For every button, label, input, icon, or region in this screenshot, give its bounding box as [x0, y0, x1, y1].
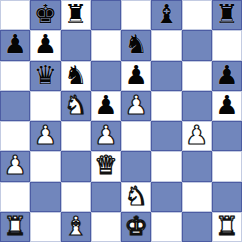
square-e2[interactable]: ♞: [121, 182, 151, 212]
piece-black-pawn[interactable]: ♟: [94, 90, 117, 120]
piece-white-pawn[interactable]: ♟: [34, 120, 57, 150]
square-h4[interactable]: [212, 121, 242, 151]
square-h8[interactable]: ♜: [212, 0, 242, 30]
square-b1[interactable]: [30, 212, 60, 242]
square-h7[interactable]: [212, 30, 242, 60]
piece-white-pawn[interactable]: ♟: [124, 90, 147, 120]
square-b3[interactable]: [30, 151, 60, 181]
square-d2[interactable]: [91, 182, 121, 212]
square-c8[interactable]: ♜: [61, 0, 91, 30]
square-c2[interactable]: [61, 182, 91, 212]
square-c7[interactable]: [61, 30, 91, 60]
square-c6[interactable]: ♞: [61, 61, 91, 91]
piece-black-queen[interactable]: ♛: [34, 60, 57, 90]
square-h2[interactable]: [212, 182, 242, 212]
square-h3[interactable]: [212, 151, 242, 181]
square-h1[interactable]: ♜: [212, 212, 242, 242]
square-a1[interactable]: ♜: [0, 212, 30, 242]
square-c4[interactable]: [61, 121, 91, 151]
piece-black-rook[interactable]: ♜: [215, 0, 238, 29]
square-e6[interactable]: ♟: [121, 61, 151, 91]
piece-black-pawn[interactable]: ♟: [34, 29, 57, 59]
square-d4[interactable]: ♟: [91, 121, 121, 151]
piece-white-knight[interactable]: ♞: [64, 90, 87, 120]
square-b6[interactable]: ♛: [30, 61, 60, 91]
piece-black-knight[interactable]: ♞: [64, 60, 87, 90]
piece-white-pawn[interactable]: ♟: [94, 120, 117, 150]
square-e5[interactable]: ♟: [121, 91, 151, 121]
piece-black-bishop[interactable]: ♝: [155, 0, 178, 29]
square-c3[interactable]: [61, 151, 91, 181]
piece-black-pawn[interactable]: ♟: [215, 60, 238, 90]
square-a4[interactable]: [0, 121, 30, 151]
piece-white-rook[interactable]: ♜: [215, 211, 238, 241]
square-f5[interactable]: [151, 91, 181, 121]
square-g1[interactable]: [182, 212, 212, 242]
square-d3[interactable]: ♛: [91, 151, 121, 181]
piece-white-bishop[interactable]: ♝: [64, 211, 87, 241]
square-g2[interactable]: [182, 182, 212, 212]
square-g3[interactable]: [182, 151, 212, 181]
square-c1[interactable]: ♝: [61, 212, 91, 242]
square-d1[interactable]: [91, 212, 121, 242]
square-e4[interactable]: [121, 121, 151, 151]
square-f4[interactable]: [151, 121, 181, 151]
square-h6[interactable]: ♟: [212, 61, 242, 91]
square-f7[interactable]: [151, 30, 181, 60]
piece-white-king[interactable]: ♚: [124, 211, 147, 241]
square-e1[interactable]: ♚: [121, 212, 151, 242]
square-b4[interactable]: ♟: [30, 121, 60, 151]
square-g5[interactable]: [182, 91, 212, 121]
piece-black-pawn[interactable]: ♟: [3, 29, 26, 59]
piece-black-knight[interactable]: ♞: [124, 29, 147, 59]
square-a5[interactable]: [0, 91, 30, 121]
square-f2[interactable]: [151, 182, 181, 212]
square-d5[interactable]: ♟: [91, 91, 121, 121]
square-e3[interactable]: [121, 151, 151, 181]
square-g6[interactable]: [182, 61, 212, 91]
piece-white-knight[interactable]: ♞: [124, 181, 147, 211]
square-a6[interactable]: [0, 61, 30, 91]
square-a2[interactable]: [0, 182, 30, 212]
square-g8[interactable]: [182, 0, 212, 30]
piece-black-rook[interactable]: ♜: [64, 0, 87, 29]
square-f3[interactable]: [151, 151, 181, 181]
square-a8[interactable]: [0, 0, 30, 30]
square-h5[interactable]: ♟: [212, 91, 242, 121]
piece-white-queen[interactable]: ♛: [94, 150, 117, 180]
square-d6[interactable]: [91, 61, 121, 91]
square-c5[interactable]: ♞: [61, 91, 91, 121]
square-e8[interactable]: [121, 0, 151, 30]
square-f8[interactable]: ♝: [151, 0, 181, 30]
square-b8[interactable]: ♚: [30, 0, 60, 30]
square-d8[interactable]: [91, 0, 121, 30]
piece-black-king[interactable]: ♚: [34, 0, 57, 29]
square-b2[interactable]: [30, 182, 60, 212]
square-g7[interactable]: [182, 30, 212, 60]
square-b7[interactable]: ♟: [30, 30, 60, 60]
square-g4[interactable]: ♟: [182, 121, 212, 151]
piece-white-pawn[interactable]: ♟: [185, 120, 208, 150]
square-f6[interactable]: [151, 61, 181, 91]
piece-white-rook[interactable]: ♜: [3, 211, 26, 241]
piece-black-pawn[interactable]: ♟: [124, 60, 147, 90]
square-d7[interactable]: [91, 30, 121, 60]
chess-board: ♚♜♝♜♟♟♞♛♞♟♟♞♟♟♟♟♟♟♟♛♞♜♝♚♜: [0, 0, 242, 242]
square-e7[interactable]: ♞: [121, 30, 151, 60]
piece-black-pawn[interactable]: ♟: [215, 90, 238, 120]
square-f1[interactable]: [151, 212, 181, 242]
square-a3[interactable]: ♟: [0, 151, 30, 181]
square-b5[interactable]: [30, 91, 60, 121]
square-a7[interactable]: ♟: [0, 30, 30, 60]
piece-white-pawn[interactable]: ♟: [3, 150, 26, 180]
